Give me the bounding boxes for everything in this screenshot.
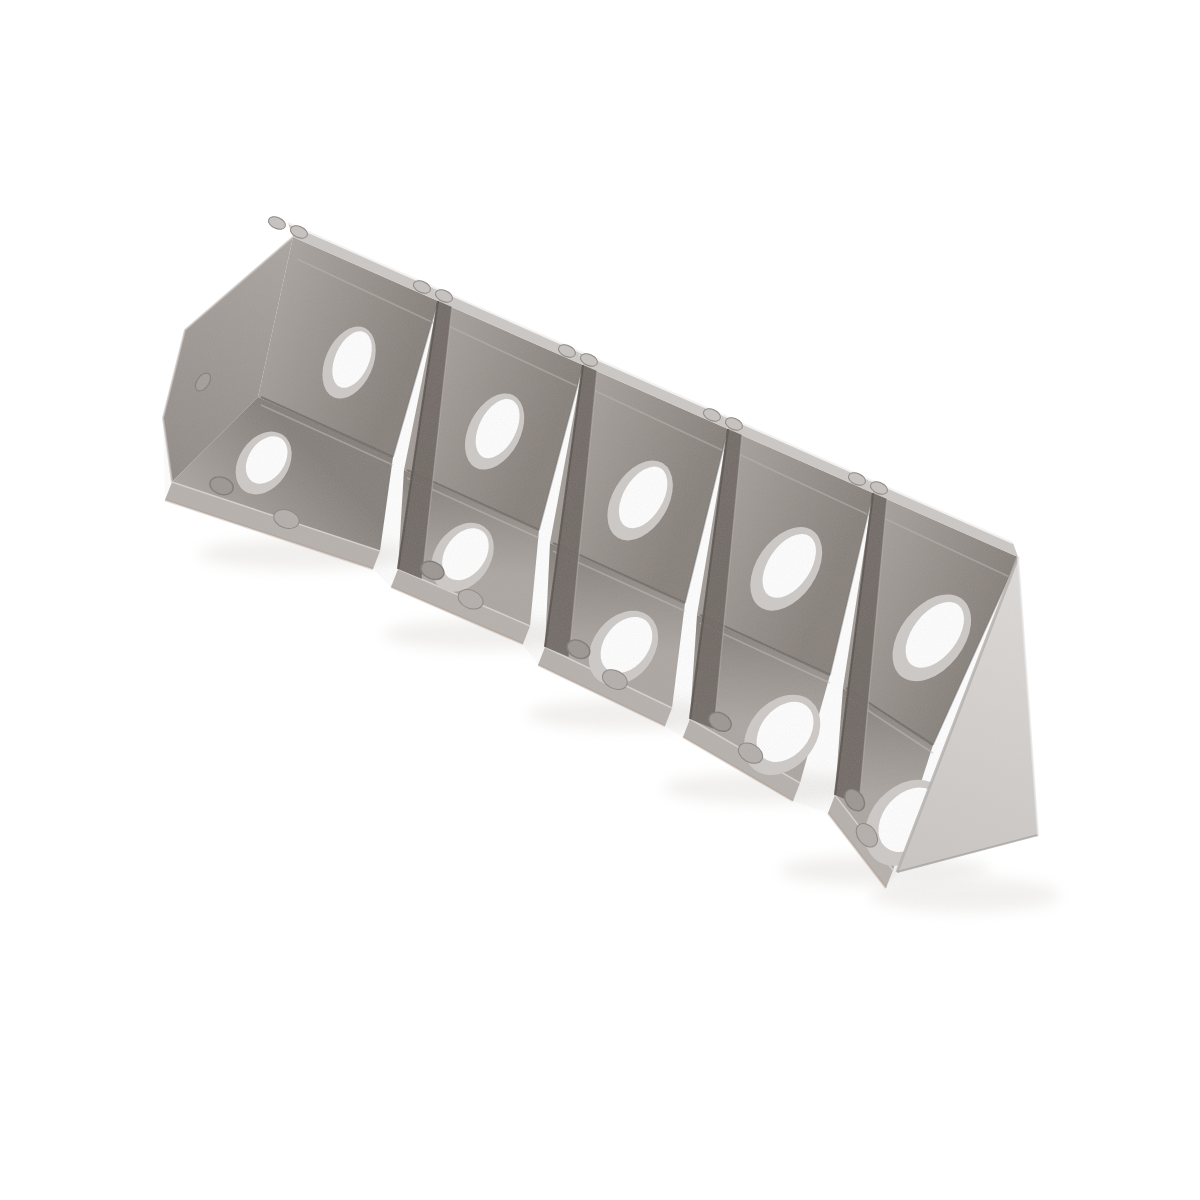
corner-brackets-illustration	[0, 0, 1200, 1200]
end-cap-shadow	[870, 878, 1060, 912]
bracket-1-top-notch-bump-1	[267, 214, 288, 231]
product-photo	[0, 0, 1200, 1200]
